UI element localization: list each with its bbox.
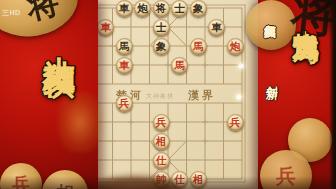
subtitle-master: 象棋大师: [261, 14, 278, 18]
channel-title: 大神象棋: [36, 30, 81, 42]
xiangqi-piece-black-2-2[interactable]: 馬: [116, 38, 133, 55]
xiangqi-piece-red-4-7[interactable]: 相: [153, 133, 170, 150]
xiangqi-piece-red-4-6[interactable]: 兵: [153, 114, 170, 131]
xiangqi-piece-red-4-8[interactable]: 仕: [153, 152, 170, 169]
photo-glow: [58, 92, 102, 152]
left-banner: 将 兵 相 大神象棋: [0, 0, 98, 189]
xiangqi-piece-red-2-3[interactable]: 車: [116, 57, 133, 74]
piece-grid: 車炮将士象車士車馬象馬炮車馬兵兵兵兵炮相仕帥仕相: [78, 0, 245, 189]
move-indicator-dot-1: [236, 94, 242, 100]
edge-strip: [329, 0, 336, 189]
right-banner: 将 兵 象棋大师 创新 中炮对屏风马: [258, 0, 336, 189]
xiangqi-piece-black-2-0[interactable]: 車: [116, 0, 133, 17]
move-indicator-dot-0: [238, 63, 244, 69]
xiangqi-piece-red-8-2[interactable]: 炮: [227, 38, 244, 55]
xiangqi-piece-red-6-2[interactable]: 馬: [190, 38, 207, 55]
xiangqi-piece-black-4-2[interactable]: 象: [153, 38, 170, 55]
xiangqi-piece-black-4-1[interactable]: 士: [153, 19, 170, 36]
xiangqi-board[interactable]: 楚河 漢界 大神象棋 車炮将士象車士車馬象馬炮車馬兵兵兵兵炮相仕帥仕相: [84, 0, 258, 189]
xiangqi-piece-black-6-0[interactable]: 象: [190, 0, 207, 17]
xiangqi-piece-red-2-5[interactable]: 兵: [116, 95, 133, 112]
xiangqi-piece-red-1-1[interactable]: 車: [97, 19, 114, 36]
subtitle-innovate: 创新: [263, 76, 280, 78]
watermark-logo: 三HD: [2, 8, 21, 18]
xiangqi-piece-black-4-0[interactable]: 将: [153, 0, 170, 17]
thumbnail-root: { "game": "xiangqi", "titles": { "left_v…: [0, 0, 336, 189]
xiangqi-piece-black-3-0[interactable]: 炮: [134, 0, 151, 17]
xiangqi-piece-red-5-3[interactable]: 馬: [171, 57, 188, 74]
xiangqi-piece-black-5-0[interactable]: 士: [171, 0, 188, 17]
bottom-vignette: [0, 176, 336, 189]
xiangqi-piece-red-8-6[interactable]: 兵: [227, 114, 244, 131]
xiangqi-piece-black-7-1[interactable]: 車: [208, 19, 225, 36]
